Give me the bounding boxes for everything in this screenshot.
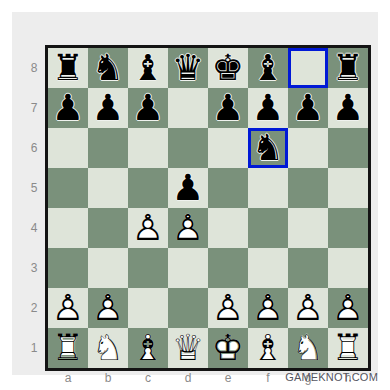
piece-glyph: ♛ — [172, 47, 204, 88]
black-king[interactable]: ♚ — [212, 48, 244, 88]
black-bishop[interactable]: ♝ — [132, 48, 164, 88]
square-a4[interactable] — [48, 208, 88, 248]
piece-glyph: ♙ — [172, 207, 204, 248]
black-pawn[interactable]: ♟ — [332, 88, 364, 128]
piece-glyph: ♖ — [332, 327, 364, 368]
white-knight[interactable]: ♞♘ — [292, 328, 324, 368]
black-pawn[interactable]: ♟ — [252, 88, 284, 128]
square-f1[interactable]: ♝♗ — [248, 328, 288, 368]
square-g7[interactable]: ♟ — [288, 88, 328, 128]
square-a7[interactable]: ♟ — [48, 88, 88, 128]
piece-glyph: ♗ — [132, 327, 164, 368]
square-g3[interactable] — [288, 248, 328, 288]
white-pawn[interactable]: ♟♙ — [292, 288, 324, 328]
white-king[interactable]: ♚♔ — [212, 328, 244, 368]
file-label-d: d — [168, 371, 208, 386]
black-knight[interactable]: ♞ — [92, 48, 124, 88]
black-rook[interactable]: ♜ — [52, 48, 84, 88]
square-h7[interactable]: ♟ — [328, 88, 368, 128]
square-c1[interactable]: ♝♗ — [128, 328, 168, 368]
square-d7[interactable] — [168, 88, 208, 128]
rank-label-3: 3 — [24, 248, 44, 288]
white-pawn[interactable]: ♟♙ — [52, 288, 84, 328]
square-d4[interactable]: ♟♙ — [168, 208, 208, 248]
piece-glyph: ♟ — [52, 87, 84, 128]
black-bishop[interactable]: ♝ — [252, 48, 284, 88]
white-queen[interactable]: ♛♕ — [172, 328, 204, 368]
square-g4[interactable] — [288, 208, 328, 248]
square-a1[interactable]: ♜♖ — [48, 328, 88, 368]
square-h6[interactable] — [328, 128, 368, 168]
square-c6[interactable] — [128, 128, 168, 168]
square-b1[interactable]: ♞♘ — [88, 328, 128, 368]
black-pawn[interactable]: ♟ — [132, 88, 164, 128]
square-f4[interactable] — [248, 208, 288, 248]
piece-glyph: ♘ — [292, 327, 324, 368]
square-b8[interactable]: ♞ — [88, 48, 128, 88]
piece-glyph: ♟ — [132, 87, 164, 128]
square-c7[interactable]: ♟ — [128, 88, 168, 128]
board-frame: ♜♞♝♛♚♝♜♟♟♟♟♟♟♟♞♟♟♙♟♙♟♙♟♙♟♙♟♙♟♙♟♙♜♖♞♘♝♗♛♕… — [45, 45, 371, 371]
square-e2[interactable]: ♟♙ — [208, 288, 248, 328]
piece-glyph: ♙ — [132, 207, 164, 248]
white-pawn[interactable]: ♟♙ — [252, 288, 284, 328]
square-h5[interactable] — [328, 168, 368, 208]
white-rook[interactable]: ♜♖ — [332, 328, 364, 368]
rank-label-5: 5 — [24, 168, 44, 208]
piece-glyph: ♜ — [52, 47, 84, 88]
file-label-c: c — [128, 371, 168, 386]
square-a8[interactable]: ♜ — [48, 48, 88, 88]
square-d2[interactable] — [168, 288, 208, 328]
square-c2[interactable] — [128, 288, 168, 328]
piece-glyph: ♙ — [212, 287, 244, 328]
piece-glyph: ♟ — [92, 87, 124, 128]
square-g6[interactable] — [288, 128, 328, 168]
square-e6[interactable] — [208, 128, 248, 168]
square-g5[interactable] — [288, 168, 328, 208]
square-c4[interactable]: ♟♙ — [128, 208, 168, 248]
square-c5[interactable] — [128, 168, 168, 208]
piece-glyph: ♙ — [292, 287, 324, 328]
page-background: 87654321 ♜♞♝♛♚♝♜♟♟♟♟♟♟♟♞♟♟♙♟♙♟♙♟♙♟♙♟♙♟♙♟… — [0, 0, 390, 390]
black-knight[interactable]: ♞ — [252, 128, 284, 168]
rank-labels: 87654321 — [24, 48, 44, 368]
file-label-b: b — [88, 371, 128, 386]
square-h3[interactable] — [328, 248, 368, 288]
white-pawn[interactable]: ♟♙ — [172, 208, 204, 248]
square-c8[interactable]: ♝ — [128, 48, 168, 88]
square-e4[interactable] — [208, 208, 248, 248]
square-f5[interactable] — [248, 168, 288, 208]
square-e5[interactable] — [208, 168, 248, 208]
square-g1[interactable]: ♞♘ — [288, 328, 328, 368]
black-pawn[interactable]: ♟ — [212, 88, 244, 128]
square-b2[interactable]: ♟♙ — [88, 288, 128, 328]
rank-label-2: 2 — [24, 288, 44, 328]
square-d1[interactable]: ♛♕ — [168, 328, 208, 368]
piece-glyph: ♗ — [252, 327, 284, 368]
square-g2[interactable]: ♟♙ — [288, 288, 328, 328]
square-e8[interactable]: ♚ — [208, 48, 248, 88]
rank-label-8: 8 — [24, 48, 44, 88]
square-h4[interactable] — [328, 208, 368, 248]
square-a6[interactable] — [48, 128, 88, 168]
piece-glyph: ♞ — [92, 47, 124, 88]
black-queen[interactable]: ♛ — [172, 48, 204, 88]
piece-glyph: ♞ — [252, 127, 284, 168]
black-pawn[interactable]: ♟ — [292, 88, 324, 128]
square-b5[interactable] — [88, 168, 128, 208]
square-b6[interactable] — [88, 128, 128, 168]
piece-glyph: ♙ — [92, 287, 124, 328]
square-b4[interactable] — [88, 208, 128, 248]
piece-glyph: ♙ — [252, 287, 284, 328]
white-bishop[interactable]: ♝♗ — [252, 328, 284, 368]
piece-glyph: ♜ — [332, 47, 364, 88]
square-f2[interactable]: ♟♙ — [248, 288, 288, 328]
square-a5[interactable] — [48, 168, 88, 208]
square-f3[interactable] — [248, 248, 288, 288]
site-watermark: GAMEKNOT.COM — [285, 371, 378, 383]
square-b7[interactable]: ♟ — [88, 88, 128, 128]
file-label-e: e — [208, 371, 248, 386]
black-pawn[interactable]: ♟ — [172, 168, 204, 208]
white-knight[interactable]: ♞♘ — [92, 328, 124, 368]
rank-label-7: 7 — [24, 88, 44, 128]
file-label-f: f — [248, 371, 288, 386]
white-pawn[interactable]: ♟♙ — [212, 288, 244, 328]
piece-glyph: ♟ — [332, 87, 364, 128]
piece-glyph: ♟ — [212, 87, 244, 128]
square-a3[interactable] — [48, 248, 88, 288]
piece-glyph: ♘ — [92, 327, 124, 368]
square-g8[interactable] — [288, 48, 328, 88]
square-e7[interactable]: ♟ — [208, 88, 248, 128]
chess-board[interactable]: ♜♞♝♛♚♝♜♟♟♟♟♟♟♟♞♟♟♙♟♙♟♙♟♙♟♙♟♙♟♙♟♙♜♖♞♘♝♗♛♕… — [48, 48, 368, 368]
piece-glyph: ♟ — [292, 87, 324, 128]
board-panel: 87654321 ♜♞♝♛♚♝♜♟♟♟♟♟♟♟♞♟♟♙♟♙♟♙♟♙♟♙♟♙♟♙♟… — [12, 12, 378, 375]
piece-glyph: ♟ — [172, 167, 204, 208]
white-bishop[interactable]: ♝♗ — [132, 328, 164, 368]
square-f7[interactable]: ♟ — [248, 88, 288, 128]
square-f8[interactable]: ♝ — [248, 48, 288, 88]
piece-glyph: ♙ — [52, 287, 84, 328]
square-d5[interactable]: ♟ — [168, 168, 208, 208]
piece-glyph: ♙ — [332, 287, 364, 328]
square-h1[interactable]: ♜♖ — [328, 328, 368, 368]
square-b3[interactable] — [88, 248, 128, 288]
white-pawn[interactable]: ♟♙ — [132, 208, 164, 248]
square-d6[interactable] — [168, 128, 208, 168]
piece-glyph: ♝ — [132, 47, 164, 88]
piece-glyph: ♔ — [212, 327, 244, 368]
square-e1[interactable]: ♚♔ — [208, 328, 248, 368]
piece-glyph: ♚ — [212, 47, 244, 88]
rank-label-1: 1 — [24, 328, 44, 368]
piece-glyph: ♟ — [252, 87, 284, 128]
square-f6[interactable]: ♞ — [248, 128, 288, 168]
square-c3[interactable] — [128, 248, 168, 288]
black-pawn[interactable]: ♟ — [52, 88, 84, 128]
piece-glyph: ♕ — [172, 327, 204, 368]
file-label-a: a — [48, 371, 88, 386]
piece-glyph: ♝ — [252, 47, 284, 88]
black-pawn[interactable]: ♟ — [92, 88, 124, 128]
square-h2[interactable]: ♟♙ — [328, 288, 368, 328]
black-rook[interactable]: ♜ — [332, 48, 364, 88]
rank-label-6: 6 — [24, 128, 44, 168]
piece-glyph: ♖ — [52, 327, 84, 368]
white-rook[interactable]: ♜♖ — [52, 328, 84, 368]
square-h8[interactable]: ♜ — [328, 48, 368, 88]
square-a2[interactable]: ♟♙ — [48, 288, 88, 328]
square-d8[interactable]: ♛ — [168, 48, 208, 88]
rank-label-4: 4 — [24, 208, 44, 248]
white-pawn[interactable]: ♟♙ — [332, 288, 364, 328]
square-e3[interactable] — [208, 248, 248, 288]
square-d3[interactable] — [168, 248, 208, 288]
white-pawn[interactable]: ♟♙ — [92, 288, 124, 328]
